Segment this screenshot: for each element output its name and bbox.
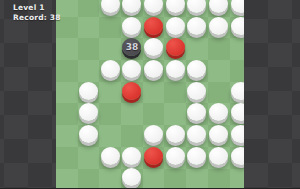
board-cell[interactable] <box>143 103 165 125</box>
white-disc[interactable] <box>122 17 141 35</box>
board-cell[interactable] <box>186 169 208 189</box>
board-cell[interactable] <box>164 38 186 60</box>
board-cell[interactable] <box>78 125 100 147</box>
board-cell[interactable] <box>78 38 100 60</box>
game-screen: Level 1 Record: 38 38 <box>0 0 300 188</box>
board-cell[interactable] <box>230 38 245 60</box>
board-cell[interactable] <box>208 0 230 17</box>
board-cell[interactable] <box>99 125 121 147</box>
board-cell[interactable] <box>164 60 186 82</box>
white-disc[interactable] <box>122 147 141 165</box>
board-cell[interactable] <box>230 0 245 17</box>
white-disc[interactable] <box>209 103 228 121</box>
board-cell[interactable] <box>99 82 121 104</box>
board-cell[interactable] <box>186 125 208 147</box>
board-cell[interactable] <box>208 60 230 82</box>
board-cell[interactable] <box>186 17 208 39</box>
white-disc[interactable] <box>187 103 206 121</box>
board-cell[interactable] <box>121 147 143 169</box>
white-disc[interactable] <box>231 17 244 35</box>
board-cell[interactable] <box>56 147 78 169</box>
board-cell[interactable] <box>186 147 208 169</box>
white-disc[interactable] <box>187 147 206 165</box>
red-disc[interactable] <box>122 82 141 100</box>
board-cell[interactable] <box>186 82 208 104</box>
board-cell[interactable] <box>230 125 245 147</box>
white-disc[interactable] <box>144 60 163 78</box>
board-cell[interactable] <box>208 147 230 169</box>
board-cell[interactable] <box>121 0 143 17</box>
board-cell[interactable] <box>78 103 100 125</box>
white-disc[interactable] <box>101 60 120 78</box>
board-cell[interactable] <box>99 0 121 17</box>
board-cell[interactable] <box>164 125 186 147</box>
counter-disc[interactable]: 38 <box>122 38 141 56</box>
board-cell[interactable] <box>143 0 165 17</box>
board-cell[interactable] <box>230 147 245 169</box>
board-cell[interactable] <box>186 103 208 125</box>
white-disc[interactable] <box>187 17 206 35</box>
board-cell[interactable] <box>78 169 100 189</box>
board-cell[interactable] <box>143 60 165 82</box>
white-disc[interactable] <box>101 0 120 13</box>
board-cell[interactable] <box>99 60 121 82</box>
board-cell[interactable] <box>78 0 100 17</box>
board-cell[interactable] <box>208 125 230 147</box>
board-cell[interactable] <box>208 103 230 125</box>
counter-value: 38 <box>126 43 139 52</box>
board-cell[interactable] <box>143 38 165 60</box>
white-disc[interactable] <box>231 103 244 121</box>
red-disc[interactable] <box>166 38 185 56</box>
board-cell[interactable]: 38 <box>121 38 143 60</box>
board-cell[interactable] <box>121 169 143 189</box>
white-disc[interactable] <box>122 60 141 78</box>
board-cell[interactable] <box>121 17 143 39</box>
board-cell[interactable] <box>164 0 186 17</box>
white-disc[interactable] <box>187 125 206 143</box>
board-cell[interactable] <box>143 82 165 104</box>
white-disc[interactable] <box>187 60 206 78</box>
board-cell[interactable] <box>78 147 100 169</box>
board-cell[interactable] <box>208 82 230 104</box>
white-disc[interactable] <box>187 0 206 13</box>
board-cell[interactable] <box>208 17 230 39</box>
white-disc[interactable] <box>79 125 98 143</box>
board-cell[interactable] <box>121 82 143 104</box>
white-disc[interactable] <box>166 125 185 143</box>
level-label: Level 1 <box>13 3 61 13</box>
white-disc[interactable] <box>209 17 228 35</box>
white-disc[interactable] <box>231 125 244 143</box>
board-cell[interactable] <box>230 60 245 82</box>
board-cell[interactable] <box>56 60 78 82</box>
white-disc[interactable] <box>231 82 244 100</box>
board-cell[interactable] <box>121 60 143 82</box>
board-cell[interactable] <box>99 17 121 39</box>
red-disc[interactable] <box>144 147 163 165</box>
white-disc[interactable] <box>144 0 163 13</box>
board-cell[interactable] <box>186 60 208 82</box>
board-cell[interactable] <box>56 38 78 60</box>
red-disc[interactable] <box>144 17 163 35</box>
white-disc[interactable] <box>144 38 163 56</box>
white-disc[interactable] <box>166 60 185 78</box>
board-cell[interactable] <box>78 60 100 82</box>
board-cell[interactable] <box>56 103 78 125</box>
board-cell[interactable] <box>164 17 186 39</box>
board-cell[interactable] <box>230 169 245 189</box>
board-cell[interactable] <box>208 38 230 60</box>
white-disc[interactable] <box>101 147 120 165</box>
board-cell[interactable] <box>99 169 121 189</box>
board-cell[interactable] <box>186 38 208 60</box>
white-disc[interactable] <box>187 82 206 100</box>
white-disc[interactable] <box>209 125 228 143</box>
board-cell[interactable] <box>78 17 100 39</box>
board-cell[interactable] <box>164 169 186 189</box>
board-cell[interactable] <box>99 147 121 169</box>
board-cell[interactable] <box>56 82 78 104</box>
white-disc[interactable] <box>79 82 98 100</box>
board-cell[interactable] <box>121 103 143 125</box>
board-cell[interactable] <box>99 103 121 125</box>
board-cell[interactable] <box>143 147 165 169</box>
hud: Level 1 Record: 38 <box>13 3 61 23</box>
white-disc[interactable] <box>122 168 141 186</box>
white-disc[interactable] <box>79 103 98 121</box>
white-disc[interactable] <box>209 147 228 165</box>
board-cell[interactable] <box>164 82 186 104</box>
board-cell[interactable] <box>56 125 78 147</box>
white-disc[interactable] <box>166 0 185 13</box>
game-board[interactable]: 38 <box>56 0 244 188</box>
board-cell[interactable] <box>208 169 230 189</box>
board-cell[interactable] <box>230 103 245 125</box>
white-disc[interactable] <box>144 125 163 143</box>
board-cell[interactable] <box>121 125 143 147</box>
board-cell[interactable] <box>143 17 165 39</box>
board-grid[interactable]: 38 <box>56 0 244 188</box>
board-cell[interactable] <box>56 169 78 189</box>
board-cell[interactable] <box>230 82 245 104</box>
white-disc[interactable] <box>231 147 244 165</box>
white-disc[interactable] <box>166 147 185 165</box>
board-cell[interactable] <box>78 82 100 104</box>
white-disc[interactable] <box>166 17 185 35</box>
board-cell[interactable] <box>230 17 245 39</box>
board-cell[interactable] <box>164 103 186 125</box>
white-disc[interactable] <box>209 0 228 13</box>
white-disc[interactable] <box>231 0 244 13</box>
white-disc[interactable] <box>122 0 141 13</box>
board-cell[interactable] <box>99 38 121 60</box>
board-cell[interactable] <box>186 0 208 17</box>
board-cell[interactable] <box>143 125 165 147</box>
board-cell[interactable] <box>143 169 165 189</box>
board-cell[interactable] <box>164 147 186 169</box>
record-label: Record: 38 <box>13 13 61 23</box>
